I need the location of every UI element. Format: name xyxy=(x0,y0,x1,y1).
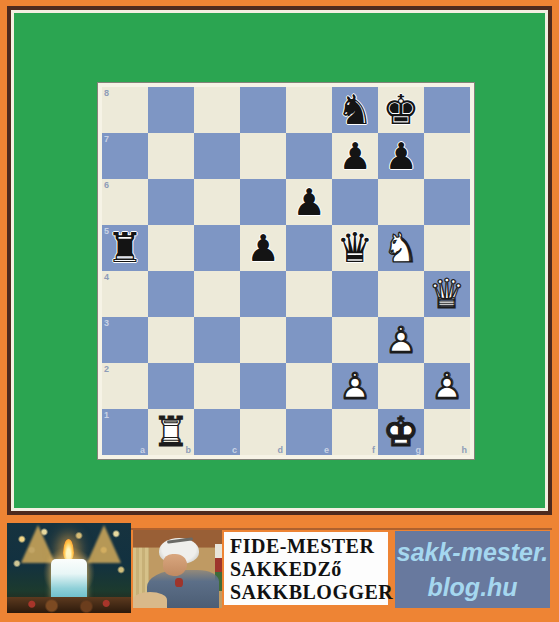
square-e8 xyxy=(286,87,332,133)
square-d3 xyxy=(240,317,286,363)
square-c4 xyxy=(194,271,240,317)
rank-label-7: 7 xyxy=(104,134,109,144)
square-c6 xyxy=(194,179,240,225)
square-g5: ♞♘ xyxy=(378,225,424,271)
black-pawn-piece: ♟ xyxy=(286,179,332,225)
blog-url-line-2: blog.hu xyxy=(427,570,517,605)
file-label-d: d xyxy=(278,445,284,455)
gold-tree-right xyxy=(87,525,121,563)
coach-arm xyxy=(133,592,167,608)
gold-tree-left xyxy=(21,525,55,563)
blog-url-line-1: sakk-mester. xyxy=(397,535,549,570)
square-h2: ♟♙ xyxy=(424,363,470,409)
square-f7: ♟ xyxy=(332,133,378,179)
square-f3 xyxy=(332,317,378,363)
black-pawn-piece: ♟ xyxy=(332,133,378,179)
square-a4: 4 xyxy=(102,271,148,317)
blog-chess-diagram-image: { "game": "chess", "position": { "fen": … xyxy=(0,0,559,622)
square-b2 xyxy=(148,363,194,409)
pinecone-garland xyxy=(7,597,131,613)
square-a3: 3 xyxy=(102,317,148,363)
square-b1: b♜♖ xyxy=(148,409,194,455)
square-e2 xyxy=(286,363,332,409)
square-g3: ♟♙ xyxy=(378,317,424,363)
title-badge: FIDE-MESTER SAKKEDZő SAKKBLOGGER xyxy=(224,532,388,605)
diagram-panel: 8♞♚7♟♟6♟5♜♟♛♞♘4♛♕3♟♙2♟♙♟♙1ab♜♖cdefg♚♔h xyxy=(7,6,552,515)
rank-label-1: 1 xyxy=(104,410,109,420)
square-d4 xyxy=(240,271,286,317)
white-knight-piece: ♞♘ xyxy=(378,225,424,271)
square-b8 xyxy=(148,87,194,133)
rank-label-4: 4 xyxy=(104,272,109,282)
badge-line-3: SAKKBLOGGER xyxy=(230,581,388,604)
square-g7: ♟ xyxy=(378,133,424,179)
square-f6 xyxy=(332,179,378,225)
square-c5 xyxy=(194,225,240,271)
black-pawn-piece: ♟ xyxy=(378,133,424,179)
square-f4 xyxy=(332,271,378,317)
square-d1: d xyxy=(240,409,286,455)
square-c1: c xyxy=(194,409,240,455)
white-pawn-piece: ♟♙ xyxy=(424,363,470,409)
square-e5 xyxy=(286,225,332,271)
black-king-piece: ♚ xyxy=(378,87,424,133)
square-c7 xyxy=(194,133,240,179)
square-h3 xyxy=(424,317,470,363)
black-rook-piece: ♜ xyxy=(102,225,148,271)
white-pawn-piece: ♟♙ xyxy=(378,317,424,363)
square-a8: 8 xyxy=(102,87,148,133)
badge-line-2: SAKKEDZő xyxy=(230,558,388,581)
square-e6: ♟ xyxy=(286,179,332,225)
candle-flame xyxy=(63,539,74,561)
square-a1: 1a xyxy=(102,409,148,455)
square-d6 xyxy=(240,179,286,225)
rank-label-2: 2 xyxy=(104,364,109,374)
file-label-a: a xyxy=(140,445,145,455)
square-c8 xyxy=(194,87,240,133)
square-h5 xyxy=(424,225,470,271)
square-e4 xyxy=(286,271,332,317)
file-label-e: e xyxy=(324,445,329,455)
white-king-piece: ♚♔ xyxy=(378,409,424,455)
square-d5: ♟ xyxy=(240,225,286,271)
chess-board: 8♞♚7♟♟6♟5♜♟♛♞♘4♛♕3♟♙2♟♙♟♙1ab♜♖cdefg♚♔h xyxy=(102,87,470,455)
square-b6 xyxy=(148,179,194,225)
square-a7: 7 xyxy=(102,133,148,179)
square-d7 xyxy=(240,133,286,179)
square-g6 xyxy=(378,179,424,225)
file-label-f: f xyxy=(372,445,375,455)
square-f2: ♟♙ xyxy=(332,363,378,409)
square-a6: 6 xyxy=(102,179,148,225)
square-e7 xyxy=(286,133,332,179)
black-queen-piece: ♛ xyxy=(332,225,378,271)
square-h8 xyxy=(424,87,470,133)
file-label-c: c xyxy=(232,445,237,455)
square-h4: ♛♕ xyxy=(424,271,470,317)
square-b5 xyxy=(148,225,194,271)
square-f5: ♛ xyxy=(332,225,378,271)
white-rook-piece: ♜♖ xyxy=(148,409,194,455)
rank-label-8: 8 xyxy=(104,88,109,98)
square-b7 xyxy=(148,133,194,179)
file-label-h: h xyxy=(462,445,468,455)
badge-line-1: FIDE-MESTER xyxy=(230,535,388,558)
square-f8: ♞ xyxy=(332,87,378,133)
christmas-candle-image xyxy=(7,523,131,613)
black-pawn-piece: ♟ xyxy=(240,225,286,271)
square-c2 xyxy=(194,363,240,409)
square-a5: 5♜ xyxy=(102,225,148,271)
rank-label-6: 6 xyxy=(104,180,109,190)
rank-label-3: 3 xyxy=(104,318,109,328)
square-c3 xyxy=(194,317,240,363)
white-pawn-piece: ♟♙ xyxy=(332,363,378,409)
square-d2 xyxy=(240,363,286,409)
square-f1: f xyxy=(332,409,378,455)
black-knight-piece: ♞ xyxy=(332,87,378,133)
square-b4 xyxy=(148,271,194,317)
chess-board-frame: 8♞♚7♟♟6♟5♜♟♛♞♘4♛♕3♟♙2♟♙♟♙1ab♜♖cdefg♚♔h xyxy=(97,82,475,460)
square-d8 xyxy=(240,87,286,133)
coach-shirt xyxy=(175,578,183,587)
candle-body xyxy=(51,559,87,601)
square-h6 xyxy=(424,179,470,225)
square-g4 xyxy=(378,271,424,317)
square-g8: ♚ xyxy=(378,87,424,133)
blog-url-link[interactable]: sakk-mester. blog.hu xyxy=(395,531,550,608)
square-a2: 2 xyxy=(102,363,148,409)
square-h7 xyxy=(424,133,470,179)
square-g1: g♚♔ xyxy=(378,409,424,455)
square-h1: h xyxy=(424,409,470,455)
chess-coach-photo xyxy=(133,530,222,608)
square-g2 xyxy=(378,363,424,409)
white-queen-piece: ♛♕ xyxy=(424,271,470,317)
square-e3 xyxy=(286,317,332,363)
square-b3 xyxy=(148,317,194,363)
square-e1: e xyxy=(286,409,332,455)
